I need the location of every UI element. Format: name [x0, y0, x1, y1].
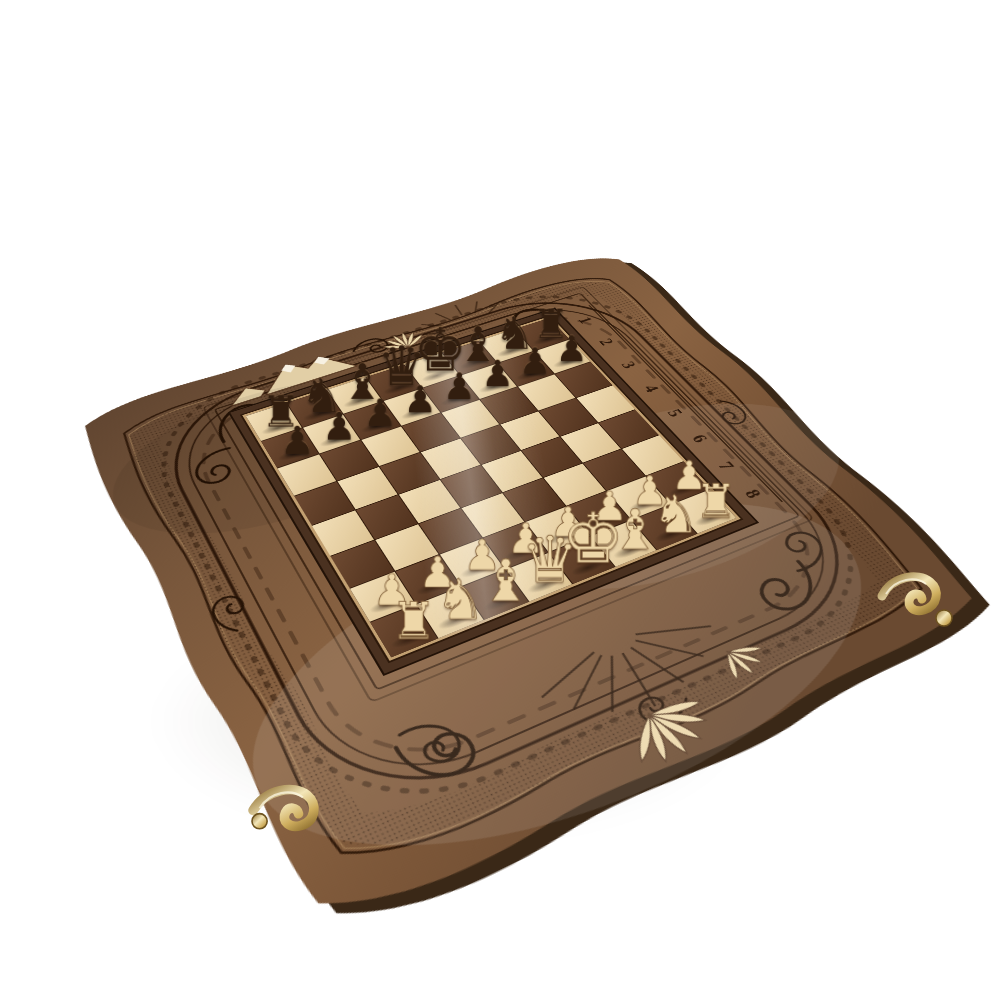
board-plane: ♜♞♝♛♚♝♞♜♟♟♟♟♟♟♟♟♟♟♟♟♟♟♟♟♜♞♝♛♚♝♞♜ 1234567…: [50, 236, 1000, 970]
white-knight-b1: ♞: [435, 572, 485, 628]
black-pawn-e7: ♟: [443, 368, 476, 405]
black-pawn-b7: ♟: [322, 407, 356, 445]
white-rook-a1: ♜: [391, 595, 437, 646]
brass-clasp-bottom: [242, 778, 342, 858]
black-pawn-c7: ♟: [363, 394, 397, 432]
perspective-wrapper: ♜♞♝♛♚♝♞♜♟♟♟♟♟♟♟♟♟♟♟♟♟♟♟♟♜♞♝♛♚♝♞♜ 1234567…: [0, 0, 1000, 1000]
black-pawn-a7: ♟: [280, 421, 315, 460]
black-pawn-f7: ♟: [481, 355, 514, 391]
black-pawn-d7: ♟: [403, 381, 436, 418]
product-photo: ♜♞♝♛♚♝♞♜♟♟♟♟♟♟♟♟♟♟♟♟♟♟♟♟♜♞♝♛♚♝♞♜ 1234567…: [0, 0, 1000, 1000]
brass-clasp-right: [872, 568, 964, 642]
white-rook-h1: ♜: [695, 478, 737, 525]
black-pawn-h7: ♟: [556, 331, 588, 367]
white-bishop-c1: ♝: [480, 552, 531, 609]
black-pawn-g7: ♟: [519, 343, 551, 379]
